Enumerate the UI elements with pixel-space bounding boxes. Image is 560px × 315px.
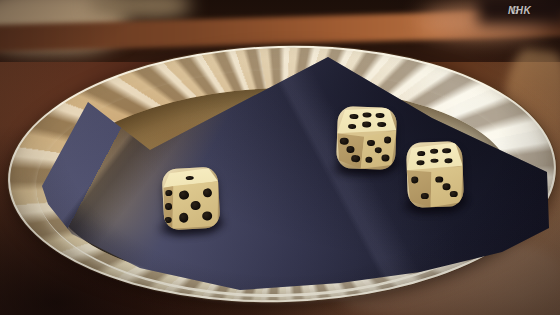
pip [444, 158, 452, 163]
nhk-g-suffix: G [511, 5, 519, 16]
pip [362, 122, 371, 127]
pip [381, 154, 389, 161]
right-die [406, 141, 464, 208]
pip [377, 122, 386, 127]
pip [363, 112, 372, 117]
pip [442, 183, 450, 190]
pip [450, 191, 458, 198]
pip [376, 112, 385, 117]
left-die [161, 167, 220, 231]
pip [430, 149, 438, 154]
nhk-watermark: NHKG [508, 5, 519, 16]
pip [411, 176, 419, 183]
scene: NHKG [0, 0, 560, 315]
pip [202, 211, 212, 221]
pip [417, 151, 425, 156]
pip [421, 193, 429, 200]
dice-layer [0, 0, 560, 315]
pip [365, 157, 373, 164]
pip [384, 137, 392, 144]
middle-die [336, 106, 397, 170]
pip [190, 200, 200, 210]
pip [179, 190, 189, 200]
pip [416, 160, 424, 165]
pip [374, 147, 382, 154]
pip [367, 140, 375, 147]
pip [435, 176, 443, 183]
pip [178, 213, 188, 223]
pip [348, 123, 357, 128]
pip [442, 148, 450, 153]
pip [349, 114, 358, 119]
pip [202, 188, 212, 198]
pip [430, 158, 438, 163]
